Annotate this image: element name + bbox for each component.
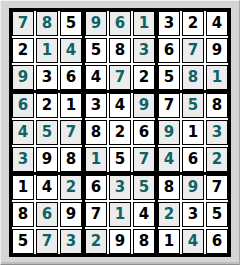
- cell-r1c5[interactable]: 6: [109, 11, 131, 36]
- cell-r9c2[interactable]: 7: [36, 229, 58, 254]
- cell-r4c8[interactable]: 5: [182, 93, 204, 118]
- cell-r3c2[interactable]: 3: [36, 65, 58, 90]
- cell-r2c6[interactable]: 3: [133, 38, 155, 63]
- cell-r2c3[interactable]: 4: [60, 38, 82, 63]
- cell-r2c2[interactable]: 1: [36, 38, 58, 63]
- cell-r8c4[interactable]: 7: [85, 202, 107, 227]
- cell-r7c8[interactable]: 9: [182, 175, 204, 200]
- cell-r4c4[interactable]: 3: [85, 93, 107, 118]
- cell-r7c3[interactable]: 2: [60, 175, 82, 200]
- cell-r5c9[interactable]: 3: [206, 120, 228, 145]
- cell-r5c5[interactable]: 2: [109, 120, 131, 145]
- sudoku-window: 7852149369615834723246795816214573983498…: [0, 0, 240, 265]
- cell-r7c5[interactable]: 3: [109, 175, 131, 200]
- cell-r5c2[interactable]: 5: [36, 120, 58, 145]
- cell-r5c4[interactable]: 8: [85, 120, 107, 145]
- box-6: 758913462: [158, 93, 228, 172]
- cell-r3c8[interactable]: 8: [182, 65, 204, 90]
- cell-r1c7[interactable]: 3: [158, 11, 180, 36]
- cell-r1c1[interactable]: 7: [12, 11, 34, 36]
- cell-r8c2[interactable]: 6: [36, 202, 58, 227]
- cell-r5c8[interactable]: 1: [182, 120, 204, 145]
- cell-r3c7[interactable]: 5: [158, 65, 180, 90]
- cell-r8c6[interactable]: 4: [133, 202, 155, 227]
- cell-r4c5[interactable]: 4: [109, 93, 131, 118]
- box-1: 785214936: [12, 11, 82, 90]
- cell-r1c6[interactable]: 1: [133, 11, 155, 36]
- cell-r1c2[interactable]: 8: [36, 11, 58, 36]
- cell-r4c7[interactable]: 7: [158, 93, 180, 118]
- cell-r9c5[interactable]: 9: [109, 229, 131, 254]
- cell-r8c8[interactable]: 3: [182, 202, 204, 227]
- cell-r2c4[interactable]: 5: [85, 38, 107, 63]
- cell-r8c3[interactable]: 9: [60, 202, 82, 227]
- cell-r6c4[interactable]: 1: [85, 147, 107, 172]
- cell-r8c7[interactable]: 2: [158, 202, 180, 227]
- box-2: 961583472: [85, 11, 155, 90]
- cell-r9c8[interactable]: 4: [182, 229, 204, 254]
- box-8: 635714298: [85, 175, 155, 254]
- cell-r7c9[interactable]: 7: [206, 175, 228, 200]
- cell-r3c4[interactable]: 4: [85, 65, 107, 90]
- cell-r1c4[interactable]: 9: [85, 11, 107, 36]
- cell-r3c6[interactable]: 2: [133, 65, 155, 90]
- box-9: 897235146: [158, 175, 228, 254]
- cell-r8c1[interactable]: 8: [12, 202, 34, 227]
- cell-r6c1[interactable]: 3: [12, 147, 34, 172]
- cell-r9c4[interactable]: 2: [85, 229, 107, 254]
- cell-r7c6[interactable]: 5: [133, 175, 155, 200]
- cell-r9c7[interactable]: 1: [158, 229, 180, 254]
- cell-r7c1[interactable]: 1: [12, 175, 34, 200]
- cell-r8c9[interactable]: 5: [206, 202, 228, 227]
- cell-r7c7[interactable]: 8: [158, 175, 180, 200]
- cell-r2c9[interactable]: 9: [206, 38, 228, 63]
- cell-r3c3[interactable]: 6: [60, 65, 82, 90]
- cell-r9c3[interactable]: 3: [60, 229, 82, 254]
- box-7: 142869573: [12, 175, 82, 254]
- cell-r6c8[interactable]: 6: [182, 147, 204, 172]
- cell-r4c1[interactable]: 6: [12, 93, 34, 118]
- cell-r2c1[interactable]: 2: [12, 38, 34, 63]
- cell-r4c9[interactable]: 8: [206, 93, 228, 118]
- cell-r3c5[interactable]: 7: [109, 65, 131, 90]
- cell-r9c6[interactable]: 8: [133, 229, 155, 254]
- cell-r5c6[interactable]: 6: [133, 120, 155, 145]
- cell-r2c7[interactable]: 6: [158, 38, 180, 63]
- cell-r5c7[interactable]: 9: [158, 120, 180, 145]
- cell-r5c1[interactable]: 4: [12, 120, 34, 145]
- box-4: 621457398: [12, 93, 82, 172]
- cell-r6c7[interactable]: 4: [158, 147, 180, 172]
- cell-r1c3[interactable]: 5: [60, 11, 82, 36]
- cell-r3c9[interactable]: 1: [206, 65, 228, 90]
- box-3: 324679581: [158, 11, 228, 90]
- sudoku-board: 7852149369615834723246795816214573983498…: [9, 8, 231, 257]
- cell-r1c8[interactable]: 2: [182, 11, 204, 36]
- cell-r7c4[interactable]: 6: [85, 175, 107, 200]
- cell-r1c9[interactable]: 4: [206, 11, 228, 36]
- cell-r4c6[interactable]: 9: [133, 93, 155, 118]
- cell-r3c1[interactable]: 9: [12, 65, 34, 90]
- cell-r4c2[interactable]: 2: [36, 93, 58, 118]
- cell-r6c2[interactable]: 9: [36, 147, 58, 172]
- cell-r6c3[interactable]: 8: [60, 147, 82, 172]
- cell-r6c9[interactable]: 2: [206, 147, 228, 172]
- cell-r5c3[interactable]: 7: [60, 120, 82, 145]
- cell-r9c9[interactable]: 6: [206, 229, 228, 254]
- cell-r8c5[interactable]: 1: [109, 202, 131, 227]
- cell-r2c8[interactable]: 7: [182, 38, 204, 63]
- cell-r6c6[interactable]: 7: [133, 147, 155, 172]
- cell-r6c5[interactable]: 5: [109, 147, 131, 172]
- cell-r4c3[interactable]: 1: [60, 93, 82, 118]
- cell-r9c1[interactable]: 5: [12, 229, 34, 254]
- box-5: 349826157: [85, 93, 155, 172]
- cell-r7c2[interactable]: 4: [36, 175, 58, 200]
- cell-r2c5[interactable]: 8: [109, 38, 131, 63]
